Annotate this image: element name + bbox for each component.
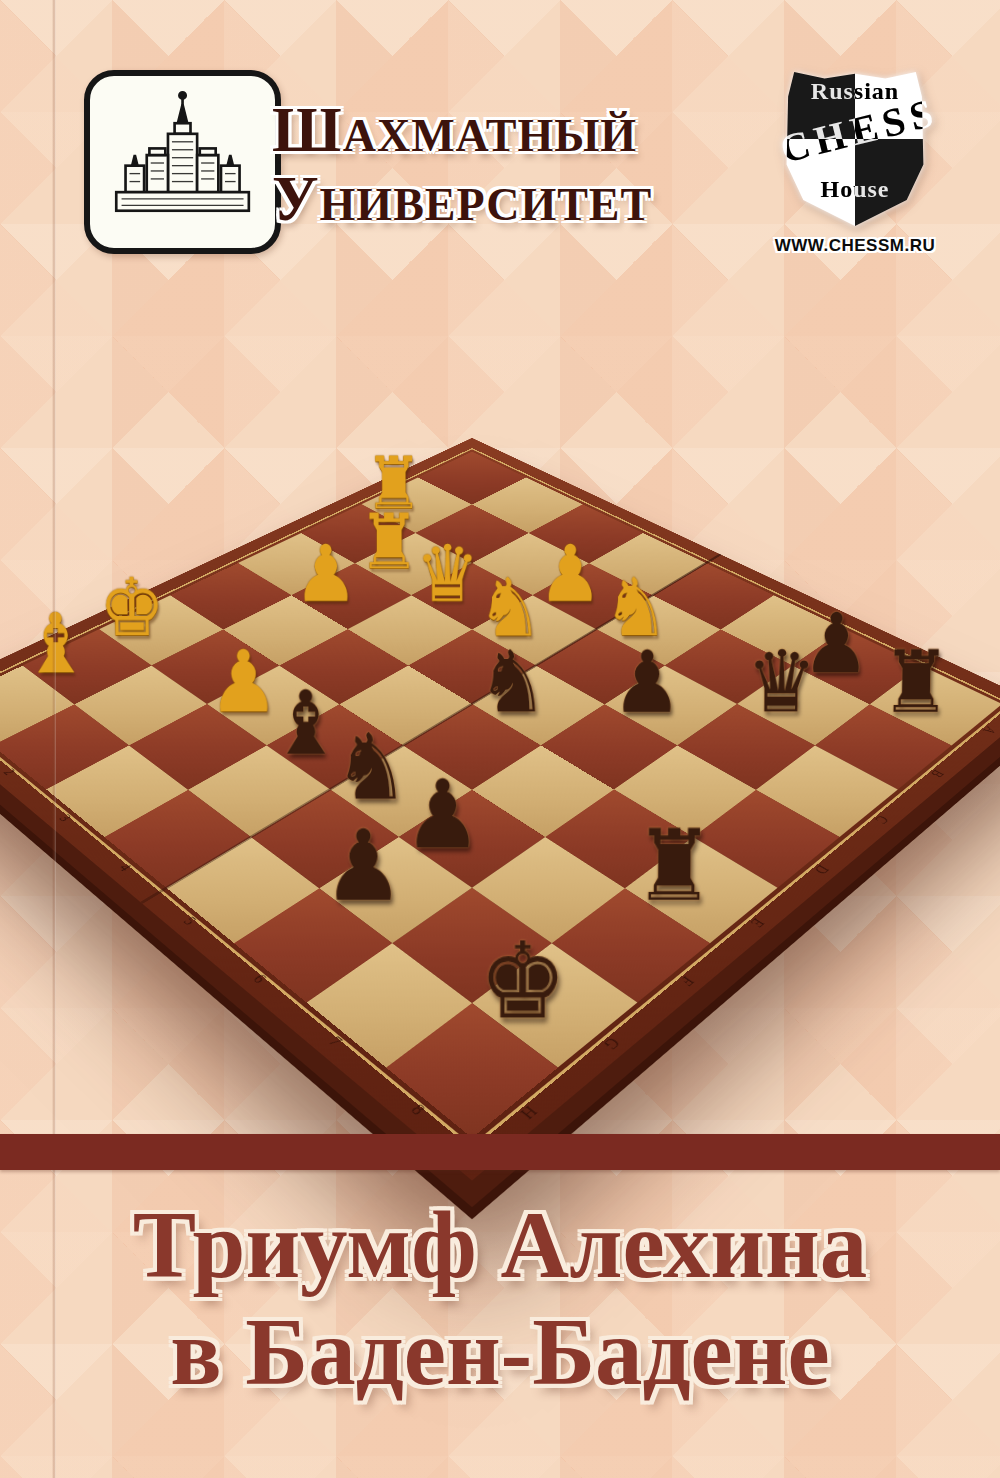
title-band <box>0 1134 1000 1170</box>
publisher-line3: House <box>779 176 931 203</box>
black-pawn-icon: ♟ <box>802 602 871 685</box>
book-title-line2: в Баден-Бадене <box>0 1299 1000 1406</box>
series-title: Шахматный Университет <box>272 96 652 233</box>
playing-area: ♟♜♜♟♞♛♜♛♞♟♟♞♜♚♟♝♞♟♝♟♚ <box>0 452 1000 1138</box>
square-g1: ♝ <box>23 629 151 704</box>
white-king-icon: ♚ <box>99 568 166 648</box>
book-title: Триумф Алехина в Баден-Бадене <box>0 1192 1000 1407</box>
publisher-shield-icon: Russian CHESS House <box>779 64 931 226</box>
publisher-logo: Russian CHESS House WWW.CHESSM.RU <box>770 64 940 256</box>
square-a7: ♟ <box>793 629 921 704</box>
white-rook-icon: ♜ <box>365 448 424 520</box>
series-logo <box>84 70 281 254</box>
book-title-line1: Триумф Алехина <box>0 1192 1000 1299</box>
chessboard: ♟♜♜♟♞♛♜♛♞♟♟♞♜♚♟♝♞♟♝♟♚ 12345678 ABCDEFGH <box>0 438 1000 1181</box>
series-title-line1: Шахматный <box>272 96 652 165</box>
publisher-url: WWW.CHESSM.RU <box>770 236 940 256</box>
university-building-icon <box>103 86 262 237</box>
series-title-line2: Университет <box>272 165 652 234</box>
